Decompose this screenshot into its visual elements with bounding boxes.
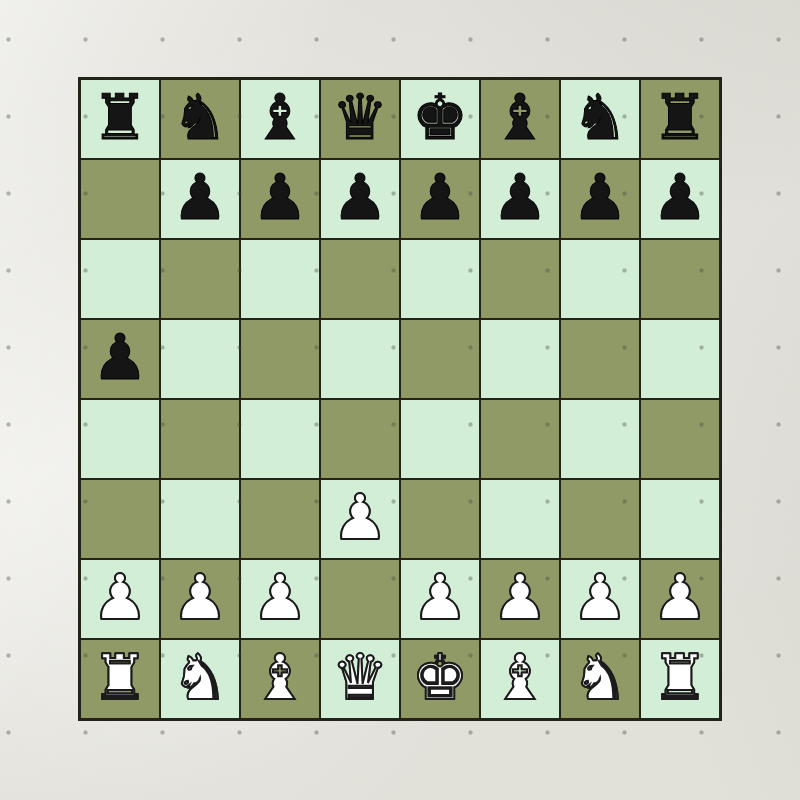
square-g6[interactable] — [560, 239, 640, 319]
square-e7[interactable]: ♟ — [400, 159, 480, 239]
piece-black-pawn[interactable]: ♟ — [332, 166, 388, 229]
square-d7[interactable]: ♟ — [320, 159, 400, 239]
square-d2[interactable] — [320, 559, 400, 639]
square-h8[interactable]: ♜ — [640, 79, 720, 159]
square-a4[interactable] — [80, 399, 160, 479]
piece-black-pawn[interactable]: ♟ — [572, 166, 628, 229]
square-e3[interactable] — [400, 479, 480, 559]
square-h3[interactable] — [640, 479, 720, 559]
piece-white-knight[interactable]: ♞ — [172, 646, 228, 709]
piece-black-rook[interactable]: ♜ — [92, 86, 148, 149]
square-c1[interactable]: ♝ — [240, 639, 320, 719]
square-f6[interactable] — [480, 239, 560, 319]
piece-white-queen[interactable]: ♛ — [332, 646, 388, 709]
square-b7[interactable]: ♟ — [160, 159, 240, 239]
square-c5[interactable] — [240, 319, 320, 399]
paper-background: ♜♞♝♛♚♝♞♜♟♟♟♟♟♟♟♟♟♟♟♟♟♟♟♟♜♞♝♛♚♝♞♜ — [0, 0, 800, 800]
square-h1[interactable]: ♜ — [640, 639, 720, 719]
piece-white-pawn[interactable]: ♟ — [652, 566, 708, 629]
piece-white-bishop[interactable]: ♝ — [492, 646, 548, 709]
square-e5[interactable] — [400, 319, 480, 399]
square-b2[interactable]: ♟ — [160, 559, 240, 639]
square-d4[interactable] — [320, 399, 400, 479]
square-c7[interactable]: ♟ — [240, 159, 320, 239]
piece-white-pawn[interactable]: ♟ — [492, 566, 548, 629]
piece-white-rook[interactable]: ♜ — [92, 646, 148, 709]
square-b3[interactable] — [160, 479, 240, 559]
piece-black-pawn[interactable]: ♟ — [92, 326, 148, 389]
piece-white-pawn[interactable]: ♟ — [332, 486, 388, 549]
square-e8[interactable]: ♚ — [400, 79, 480, 159]
square-a3[interactable] — [80, 479, 160, 559]
square-b8[interactable]: ♞ — [160, 79, 240, 159]
piece-black-rook[interactable]: ♜ — [652, 86, 708, 149]
square-g2[interactable]: ♟ — [560, 559, 640, 639]
piece-white-pawn[interactable]: ♟ — [172, 566, 228, 629]
piece-black-pawn[interactable]: ♟ — [252, 166, 308, 229]
piece-black-pawn[interactable]: ♟ — [652, 166, 708, 229]
square-d8[interactable]: ♛ — [320, 79, 400, 159]
square-a2[interactable]: ♟ — [80, 559, 160, 639]
square-d3[interactable]: ♟ — [320, 479, 400, 559]
square-e1[interactable]: ♚ — [400, 639, 480, 719]
square-e6[interactable] — [400, 239, 480, 319]
square-a1[interactable]: ♜ — [80, 639, 160, 719]
square-a8[interactable]: ♜ — [80, 79, 160, 159]
piece-white-pawn[interactable]: ♟ — [572, 566, 628, 629]
square-f3[interactable] — [480, 479, 560, 559]
piece-black-pawn[interactable]: ♟ — [492, 166, 548, 229]
square-f1[interactable]: ♝ — [480, 639, 560, 719]
square-h2[interactable]: ♟ — [640, 559, 720, 639]
square-h7[interactable]: ♟ — [640, 159, 720, 239]
square-c6[interactable] — [240, 239, 320, 319]
piece-black-knight[interactable]: ♞ — [572, 86, 628, 149]
piece-white-pawn[interactable]: ♟ — [252, 566, 308, 629]
square-a6[interactable] — [80, 239, 160, 319]
square-f8[interactable]: ♝ — [480, 79, 560, 159]
square-a7[interactable] — [80, 159, 160, 239]
piece-black-pawn[interactable]: ♟ — [172, 166, 228, 229]
square-f5[interactable] — [480, 319, 560, 399]
piece-white-pawn[interactable]: ♟ — [412, 566, 468, 629]
square-b6[interactable] — [160, 239, 240, 319]
square-g3[interactable] — [560, 479, 640, 559]
square-h5[interactable] — [640, 319, 720, 399]
square-a5[interactable]: ♟ — [80, 319, 160, 399]
square-c2[interactable]: ♟ — [240, 559, 320, 639]
square-h4[interactable] — [640, 399, 720, 479]
square-g7[interactable]: ♟ — [560, 159, 640, 239]
square-h6[interactable] — [640, 239, 720, 319]
piece-black-knight[interactable]: ♞ — [172, 86, 228, 149]
square-f2[interactable]: ♟ — [480, 559, 560, 639]
chess-board[interactable]: ♜♞♝♛♚♝♞♜♟♟♟♟♟♟♟♟♟♟♟♟♟♟♟♟♜♞♝♛♚♝♞♜ — [78, 77, 722, 721]
square-b5[interactable] — [160, 319, 240, 399]
square-c4[interactable] — [240, 399, 320, 479]
square-e2[interactable]: ♟ — [400, 559, 480, 639]
square-c8[interactable]: ♝ — [240, 79, 320, 159]
piece-white-king[interactable]: ♚ — [412, 646, 468, 709]
piece-white-rook[interactable]: ♜ — [652, 646, 708, 709]
piece-white-bishop[interactable]: ♝ — [252, 646, 308, 709]
square-g4[interactable] — [560, 399, 640, 479]
square-g8[interactable]: ♞ — [560, 79, 640, 159]
piece-black-bishop[interactable]: ♝ — [492, 86, 548, 149]
square-b4[interactable] — [160, 399, 240, 479]
piece-white-pawn[interactable]: ♟ — [92, 566, 148, 629]
square-g5[interactable] — [560, 319, 640, 399]
square-d1[interactable]: ♛ — [320, 639, 400, 719]
square-g1[interactable]: ♞ — [560, 639, 640, 719]
piece-black-queen[interactable]: ♛ — [332, 86, 388, 149]
square-d5[interactable] — [320, 319, 400, 399]
square-f7[interactable]: ♟ — [480, 159, 560, 239]
piece-white-knight[interactable]: ♞ — [572, 646, 628, 709]
square-d6[interactable] — [320, 239, 400, 319]
square-b1[interactable]: ♞ — [160, 639, 240, 719]
square-c3[interactable] — [240, 479, 320, 559]
piece-black-bishop[interactable]: ♝ — [252, 86, 308, 149]
square-e4[interactable] — [400, 399, 480, 479]
piece-black-pawn[interactable]: ♟ — [412, 166, 468, 229]
piece-black-king[interactable]: ♚ — [412, 86, 468, 149]
square-f4[interactable] — [480, 399, 560, 479]
